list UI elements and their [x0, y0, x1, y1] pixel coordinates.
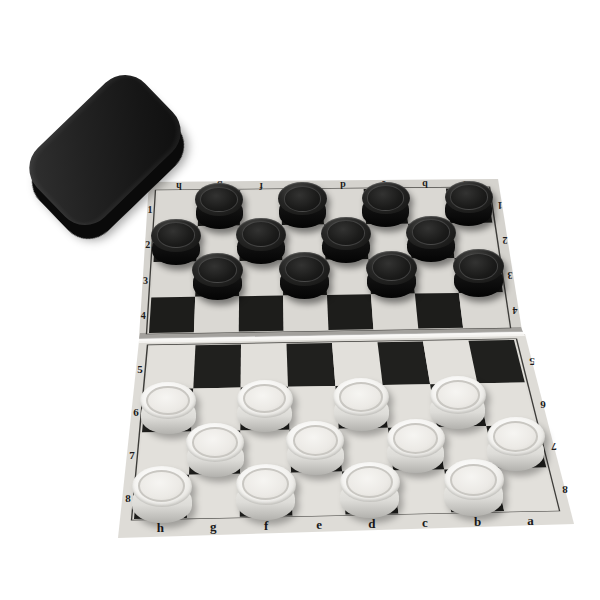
piece-ring	[192, 427, 237, 458]
piece-ring	[412, 219, 450, 245]
piece-top-face	[453, 249, 503, 283]
piece-top-face	[387, 419, 445, 458]
coord-top-f: f	[259, 181, 262, 191]
coord-bottom-b: b	[474, 514, 481, 527]
piece-ring	[339, 382, 383, 412]
coord-bottom-a: a	[527, 513, 534, 526]
coord-top-d: d	[340, 180, 346, 190]
piece-ring	[200, 187, 238, 212]
piece-top-face	[333, 378, 389, 416]
white-man-b8[interactable]	[444, 459, 504, 516]
piece-top-face	[192, 253, 242, 287]
piece-top-face	[279, 252, 329, 286]
piece-ring	[393, 423, 438, 454]
coord-right-8: 8	[562, 483, 568, 494]
coord-left-2: 2	[145, 240, 150, 250]
piece-ring	[285, 256, 324, 283]
piece-ring	[242, 468, 289, 500]
coord-right-1: 1	[497, 200, 502, 210]
piece-ring	[138, 470, 185, 502]
piece-ring	[198, 257, 237, 284]
piece-ring	[436, 380, 480, 410]
piece-ring	[459, 253, 498, 280]
piece-ring	[346, 466, 393, 498]
piece-top-face	[132, 466, 192, 507]
piece-top-face	[444, 459, 504, 500]
piece-top-face	[487, 417, 545, 456]
white-man-h8[interactable]	[132, 466, 192, 523]
white-man-f6[interactable]	[237, 380, 293, 433]
black-man-g3[interactable]	[192, 253, 242, 300]
black-man-f2[interactable]	[236, 218, 285, 264]
coord-right-4: 4	[513, 305, 518, 315]
piece-top-face	[236, 464, 296, 505]
coord-bottom-g: g	[210, 520, 217, 533]
white-man-f8[interactable]	[236, 464, 296, 521]
coord-right-2: 2	[502, 235, 507, 245]
black-man-e3[interactable]	[279, 252, 329, 299]
piece-ring	[157, 222, 195, 248]
coord-right-5: 5	[530, 356, 536, 367]
coord-top-h: h	[176, 181, 182, 191]
piece-ring	[243, 384, 287, 414]
white-man-d8[interactable]	[340, 462, 400, 519]
piece-top-face	[340, 462, 400, 503]
piece-top-face	[195, 183, 243, 216]
coord-left-7: 7	[129, 450, 135, 461]
piece-ring	[242, 221, 280, 247]
piece-ring	[293, 425, 338, 456]
coord-right-3: 3	[508, 270, 513, 280]
piece-top-face	[278, 182, 326, 215]
coord-bottom-d: d	[368, 516, 375, 529]
coord-right-7: 7	[551, 441, 557, 452]
piece-top-face	[406, 216, 455, 249]
piece-ring	[450, 464, 497, 496]
piece-top-face	[362, 182, 410, 215]
piece-top-face	[151, 219, 200, 252]
piece-top-face	[236, 218, 285, 251]
piece-ring	[367, 185, 405, 210]
piece-top-face	[321, 217, 370, 250]
piece-top-face	[140, 382, 196, 420]
coord-right-6: 6	[540, 398, 546, 409]
coord-bottom-f: f	[264, 519, 268, 532]
coord-left-8: 8	[125, 493, 131, 504]
piece-top-face	[186, 423, 244, 462]
piece-top-face	[445, 181, 493, 214]
coord-left-3: 3	[143, 276, 148, 286]
coord-bottom-c: c	[422, 515, 428, 528]
coord-left-5: 5	[137, 363, 143, 374]
black-man-c3[interactable]	[366, 251, 416, 298]
piece-top-face	[430, 376, 486, 414]
piece-ring	[450, 184, 488, 209]
coord-left-1: 1	[147, 205, 152, 215]
piece-top-face	[237, 380, 293, 418]
piece-ring	[284, 186, 322, 211]
coord-left-6: 6	[133, 406, 139, 417]
black-man-a3[interactable]	[453, 249, 503, 296]
coord-bottom-h: h	[157, 521, 164, 534]
piece-top-face	[366, 251, 416, 285]
piece-ring	[372, 254, 411, 281]
piece-ring	[146, 386, 190, 416]
coord-bottom-e: e	[316, 518, 322, 531]
piece-ring	[493, 421, 538, 452]
scene: hgfedcbahgfedcba1234567812345678	[0, 0, 600, 600]
coord-left-4: 4	[141, 311, 146, 321]
coord-top-b: b	[423, 179, 429, 189]
piece-ring	[327, 220, 365, 246]
